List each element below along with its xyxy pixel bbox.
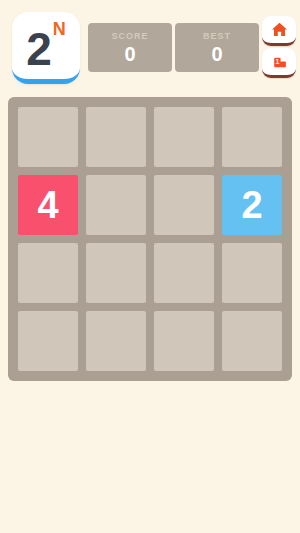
board-cell	[222, 311, 282, 371]
score-box: SCORE 0	[88, 23, 172, 72]
score-label: SCORE	[111, 31, 148, 41]
best-value: 0	[211, 43, 222, 66]
board-cell	[154, 175, 214, 235]
tile-4: 4	[18, 175, 78, 235]
logo-exponent: N	[53, 20, 66, 38]
best-label: BEST	[203, 31, 231, 41]
board-cell	[18, 243, 78, 303]
leaderboard-icon: 1	[271, 53, 288, 70]
board-cell	[154, 107, 214, 167]
board-cell	[18, 107, 78, 167]
board-cell	[18, 311, 78, 371]
app-logo: 2 N	[12, 12, 80, 84]
board-cell	[86, 311, 146, 371]
board-cell	[86, 107, 146, 167]
board[interactable]: 42	[8, 97, 292, 381]
board-cell	[222, 107, 282, 167]
leaderboard-button[interactable]: 1	[262, 48, 296, 78]
score-value: 0	[124, 43, 135, 66]
tile-2: 2	[222, 175, 282, 235]
app-screen: 2 N SCORE 0 BEST 0 1 42	[0, 0, 300, 533]
board-cell	[86, 243, 146, 303]
best-box: BEST 0	[175, 23, 259, 72]
board-cell	[154, 243, 214, 303]
board-cell	[86, 175, 146, 235]
leaderboard-rank: 1	[275, 58, 279, 65]
home-button[interactable]	[262, 16, 296, 46]
logo-base: 2	[26, 26, 52, 72]
board-cell	[222, 243, 282, 303]
board-cell	[154, 311, 214, 371]
home-icon	[271, 21, 288, 38]
